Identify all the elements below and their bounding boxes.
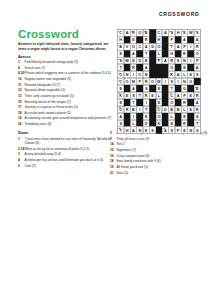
cell-letter: D xyxy=(138,59,141,63)
letter-cell: S xyxy=(194,71,200,78)
cell-letter: I xyxy=(190,45,191,49)
cell-letter: B xyxy=(145,31,148,35)
cell-number: 1 xyxy=(119,30,120,32)
cell-letter: O xyxy=(170,101,173,105)
down-clue-list-left: 1“I was once more omitted for our rates … xyxy=(18,137,114,168)
cell-letter: I xyxy=(139,107,140,111)
cell-letter: R xyxy=(132,66,135,70)
cell-letter: C xyxy=(138,45,141,49)
cell-letter: S xyxy=(132,94,135,98)
cell-letter: S xyxy=(151,128,154,132)
clue-item: 21Date (5) xyxy=(110,170,212,174)
cell-letter: E xyxy=(158,87,161,91)
cell-letter: C xyxy=(119,31,122,35)
cell-letter: N xyxy=(126,73,129,77)
clue-item: 15Hovering falcon of the verges (7) xyxy=(18,99,114,103)
cell-letter: S xyxy=(170,128,173,132)
cell-letter: L xyxy=(183,107,185,111)
cell-letter: O xyxy=(132,45,135,49)
cell-letter: A xyxy=(164,59,167,63)
cell-letter: W xyxy=(189,31,193,35)
down-clue-list-right: 5It occupies the highest rank in the Chr… xyxy=(110,131,212,175)
letter-cell: 7S xyxy=(194,30,200,37)
across-clue-list: 1Pod filled by brownish orange pulp (5)4… xyxy=(18,60,114,126)
intro-text: Answers to eight italicised clues, loose… xyxy=(18,42,115,51)
cell-letter: E xyxy=(132,38,135,42)
cell-letter: N xyxy=(183,80,186,84)
cell-letter: T xyxy=(139,94,141,98)
cell-letter: B xyxy=(132,107,135,111)
cell-letter: E xyxy=(183,114,186,118)
cell-letter: A xyxy=(183,38,186,42)
cell-letter: R xyxy=(183,52,186,56)
cell-letter: B xyxy=(170,107,173,111)
cell-letter: N xyxy=(145,73,148,77)
cell-letter: I xyxy=(178,80,179,84)
cell-letter: R xyxy=(126,107,129,111)
cell-letter: T xyxy=(120,66,122,70)
cell-number: 11 xyxy=(157,58,159,60)
clue-item: 10Regular winter root vegetable (5) xyxy=(18,77,114,81)
cell-letter: V xyxy=(126,45,129,49)
clue-text: Nightmare (7) xyxy=(117,148,213,152)
clue-item: 18Emu-family creatures with 9 (4) xyxy=(110,159,212,163)
clue-text: A circular path round a planet (5) xyxy=(25,111,115,115)
cell-letter: O xyxy=(138,31,141,35)
clue-text: A voluntary circular gets around tempera… xyxy=(25,116,115,120)
cell-letter: L xyxy=(158,94,160,98)
cell-letter: P xyxy=(183,94,186,98)
cell-letter: E xyxy=(119,101,122,105)
cell-letter: P xyxy=(183,45,186,49)
cell-letter: B xyxy=(177,107,180,111)
cell-letter: S xyxy=(145,87,148,91)
cell-letter: R xyxy=(145,80,148,84)
cell-letter: E xyxy=(126,94,129,98)
cell-letter: R xyxy=(183,101,186,105)
clue-item: 13Their curly cousins go in salads (5) xyxy=(18,94,114,98)
letter-cell: T xyxy=(194,120,200,127)
cell-letter: R xyxy=(196,94,199,98)
cell-letter: S xyxy=(170,31,173,35)
clue-text: Phrase which suggests one is a winner of… xyxy=(25,71,115,75)
cell-letter: S xyxy=(177,59,180,63)
cell-letter: H xyxy=(170,52,173,56)
clue-item: 14See 2 xyxy=(110,142,212,146)
cell-letter: A xyxy=(145,66,148,70)
cell-letter: N xyxy=(138,128,141,132)
cell-number: 12 xyxy=(119,72,121,74)
down-header: Down xyxy=(18,131,114,136)
clue-text: All those you'd see (5) xyxy=(117,165,213,169)
cell-letter: M xyxy=(132,80,135,84)
clue-item: 16Crisp canopies pool (6) xyxy=(110,153,212,157)
clue-text: Roasted alongside 10 (7) xyxy=(25,82,115,86)
cell-letter: E xyxy=(183,128,186,132)
clue-item: 17Journey in a queue to throw errors (5) xyxy=(18,105,114,109)
clue-item: 11Roasted alongside 10 (7) xyxy=(18,82,114,86)
cell-letter: R xyxy=(170,59,173,63)
cell-letter: A xyxy=(177,73,180,77)
cell-number: 15 xyxy=(195,86,197,88)
cell-number: 20 xyxy=(119,127,121,129)
cell-letter: A xyxy=(164,31,167,35)
cell-letter: W xyxy=(125,59,129,63)
cell-number: 17 xyxy=(170,93,172,95)
right-clue-column: 5It occupies the highest rank in the Chr… xyxy=(110,131,212,175)
cell-letter: E xyxy=(119,87,122,91)
cell-letter: E xyxy=(190,73,193,77)
letter-cell: R xyxy=(194,43,200,50)
cell-letter: D xyxy=(151,45,154,49)
cell-letter: E xyxy=(145,114,148,118)
clue-text: See 2 xyxy=(117,142,213,146)
cell-letter: A xyxy=(126,31,129,35)
letter-cell: A xyxy=(194,64,200,71)
cell-letter: A xyxy=(119,45,122,49)
cell-letter: S xyxy=(119,121,122,125)
cell-number: 2 xyxy=(131,30,132,32)
cell-letter: L xyxy=(183,73,185,77)
cell-letter: L xyxy=(158,52,160,56)
clue-item: 6Cost (7) xyxy=(18,163,114,167)
clue-item: 20Trembling trees (6) xyxy=(18,122,114,126)
cell-letter: O xyxy=(196,52,199,56)
cell-letter: M xyxy=(157,80,160,84)
cell-letter: A xyxy=(145,45,148,49)
cell-letter: O xyxy=(170,66,173,70)
cell-letter: A xyxy=(196,101,199,105)
cell-letter: T xyxy=(145,52,147,56)
cell-letter: A xyxy=(196,66,199,70)
cell-number: 4 xyxy=(157,30,158,32)
cell-letter: L xyxy=(132,121,134,125)
cell-number: 21 xyxy=(163,127,165,129)
left-clue-column: Across 1Pod filled by brownish orange pu… xyxy=(18,54,114,168)
clue-text: A very detailed song (5,4) xyxy=(25,152,115,156)
clue-text: Pod filled by brownish orange pulp (5) xyxy=(25,60,115,64)
cell-letter: A xyxy=(177,45,180,49)
cell-letter: T xyxy=(171,45,173,49)
clue-text: Their curly cousins go in salads (5) xyxy=(25,94,115,98)
cell-number: 3 xyxy=(144,30,145,32)
clue-item: 2,14What an oil-rig list or interview of… xyxy=(18,147,114,151)
clue-item: 8,20Phrase which suggests one is a winne… xyxy=(18,71,114,75)
cell-letter: P xyxy=(139,80,142,84)
clue-text: Snack nuts (7) xyxy=(25,66,115,70)
cell-letter: T xyxy=(145,107,147,111)
clue-item: 18A circular path round a planet (5) xyxy=(18,111,114,115)
cell-letter: P xyxy=(196,59,199,63)
cell-letter: A xyxy=(132,87,135,91)
cell-letter: H xyxy=(177,31,180,35)
clue-item: 15Nightmare (7) xyxy=(110,148,212,152)
cell-letter: S xyxy=(196,73,199,77)
clue-text: National allium vegetable (5) xyxy=(25,88,115,92)
cell-letter: S xyxy=(196,114,199,118)
cell-letter: T xyxy=(171,87,173,91)
cell-letter: O xyxy=(157,45,160,49)
clue-item: 1“I was once more omitted for our rates … xyxy=(18,137,114,146)
cell-letter: G xyxy=(189,80,192,84)
clue-item: 7They all have a turn (9) xyxy=(110,137,212,141)
clue-item: 3A very detailed song (5,4) xyxy=(18,152,114,156)
cell-number: 18 xyxy=(119,107,121,109)
clue-text: What an oil-rig list or interview of pin… xyxy=(25,147,115,151)
clue-item: 19All those you'd see (5) xyxy=(110,165,212,169)
cell-letter: K xyxy=(158,121,161,125)
cell-number: 13 xyxy=(170,72,172,74)
cell-number: 10 xyxy=(119,58,121,60)
cell-letter: R xyxy=(145,38,148,42)
page-header: CROSSWORD xyxy=(159,11,199,17)
clue-item: 1Pod filled by brownish orange pulp (5) xyxy=(18,60,114,64)
cell-letter: A xyxy=(132,52,135,56)
cell-letter: N xyxy=(183,59,186,63)
cell-letter: A xyxy=(132,128,135,132)
cell-number: 16 xyxy=(119,93,121,95)
cell-letter: E xyxy=(190,94,193,98)
clue-text: A telescope has archaic and illuminate y… xyxy=(25,158,115,162)
cell-letter: E xyxy=(158,101,161,105)
letter-cell: P xyxy=(194,57,200,64)
clue-text: Date (5) xyxy=(117,170,213,174)
cell-letter: R xyxy=(196,45,199,49)
cell-letter: T xyxy=(132,101,134,105)
cell-letter: I xyxy=(133,73,134,77)
cell-letter: O xyxy=(151,80,154,84)
clue-item: 4A telescope has archaic and illuminate … xyxy=(18,158,114,162)
cell-letter: A xyxy=(196,38,199,42)
cell-letter: N xyxy=(189,128,192,132)
cell-letter: I xyxy=(133,114,134,118)
cell-letter: I xyxy=(190,59,191,63)
cell-letter: S xyxy=(196,128,199,132)
letter-cell: R xyxy=(194,106,200,113)
page-title: Crossword xyxy=(18,27,79,41)
clue-item: 12National allium vegetable (5) xyxy=(18,88,114,92)
cell-letter: A xyxy=(177,94,180,98)
cell-letter: H xyxy=(126,128,129,132)
cell-letter: E xyxy=(190,107,193,111)
clue-text: They all have a turn (9) xyxy=(117,137,213,141)
clue-text: “I was once more omitted for our rates o… xyxy=(25,137,115,146)
clue-item: 19A voluntary circular gets around tempe… xyxy=(18,116,114,120)
cell-letter: P xyxy=(177,128,180,132)
cell-letter: E xyxy=(132,59,135,63)
letter-cell: O xyxy=(194,50,200,57)
cell-letter: E xyxy=(151,94,154,98)
cell-letter: E xyxy=(145,59,148,63)
cell-letter: O xyxy=(164,107,167,111)
cell-letter: R xyxy=(183,121,186,125)
cell-letter: S xyxy=(196,31,199,35)
cell-letter: G xyxy=(183,87,186,91)
clue-item: 4Snack nuts (7) xyxy=(18,66,114,70)
clue-text: Trembling trees (6) xyxy=(25,122,115,126)
clue-text: Regular winter root vegetable (5) xyxy=(25,77,115,81)
across-header: Across xyxy=(18,54,114,59)
cell-letter: R xyxy=(145,94,148,98)
crossword-grid: 1CA2RO3B4CA5SH6EW7SHERHPAA8AVOCADO9TAPIR… xyxy=(117,29,201,134)
cell-letter: I xyxy=(165,80,166,84)
cell-letter: I xyxy=(146,101,147,105)
clue-text: Journey in a queue to throw errors (5) xyxy=(25,105,115,109)
letter-cell: S xyxy=(194,127,200,134)
cell-number: 7 xyxy=(195,30,196,32)
clue-text: Emu-family creatures with 9 (4) xyxy=(117,159,213,163)
cell-letter: P xyxy=(170,38,173,42)
cell-letter: A xyxy=(119,114,122,118)
letter-cell: R xyxy=(194,92,200,99)
cell-letter: E xyxy=(119,52,122,56)
letter-cell: 15E xyxy=(194,85,200,92)
cell-letter: E xyxy=(183,31,186,35)
cell-letter: S xyxy=(170,80,173,84)
cell-letter: D xyxy=(145,121,148,125)
cell-letter: R xyxy=(196,107,199,111)
clue-text: Hovering falcon of the verges (7) xyxy=(25,99,115,103)
cell-number: 5 xyxy=(170,30,171,32)
letter-cell: S xyxy=(194,113,200,120)
cell-number: 6 xyxy=(182,30,183,32)
cell-number: 14 xyxy=(119,79,121,81)
letter-cell: A xyxy=(194,99,200,106)
cell-letter: O xyxy=(157,114,160,118)
cell-letter: K xyxy=(145,128,148,132)
cell-letter: H xyxy=(158,38,161,42)
cell-letter: E xyxy=(170,121,173,125)
clue-text: Cost (7) xyxy=(25,163,115,167)
cell-letter: H xyxy=(119,38,122,42)
cell-number: 19 xyxy=(157,107,159,109)
cell-letter: E xyxy=(183,66,186,70)
letter-cell: A xyxy=(194,36,200,43)
cell-letter: L xyxy=(171,114,173,118)
cell-letter: O xyxy=(126,80,129,84)
cell-number: 8 xyxy=(119,44,120,46)
crossword-page: CROSSWORD Crossword Answers to eight ita… xyxy=(0,0,212,300)
clue-text: Crisp canopies pool (6) xyxy=(117,153,213,157)
cell-number: 9 xyxy=(170,44,171,46)
black-cell xyxy=(194,78,200,85)
cell-letter: O xyxy=(138,73,141,77)
cell-letter: T xyxy=(196,121,198,125)
